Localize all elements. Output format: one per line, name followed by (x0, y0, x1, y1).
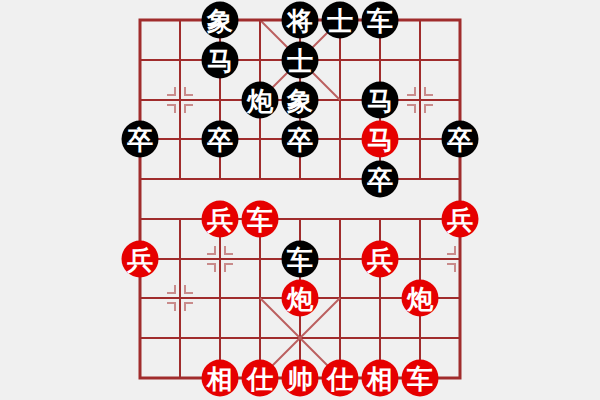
piece-black-soldier[interactable]: 卒 (122, 121, 159, 158)
piece-red-cannon[interactable]: 炮 (402, 280, 439, 317)
piece-red-cannon[interactable]: 炮 (282, 280, 319, 317)
xiangqi-game-screen: 象将士车马士炮象马卒卒卒马卒卒兵车兵兵车兵炮炮相仕帅仕相车 (0, 0, 600, 400)
piece-black-advisor[interactable]: 士 (322, 2, 359, 39)
piece-black-general[interactable]: 将 (282, 2, 319, 39)
piece-black-advisor[interactable]: 士 (282, 42, 319, 79)
piece-black-soldier[interactable]: 卒 (442, 121, 479, 158)
piece-red-elephant[interactable]: 相 (202, 360, 239, 397)
piece-red-advisor[interactable]: 仕 (322, 360, 359, 397)
piece-black-soldier[interactable]: 卒 (362, 161, 399, 198)
piece-red-soldier[interactable]: 兵 (202, 201, 239, 238)
piece-red-general[interactable]: 帅 (282, 360, 319, 397)
piece-black-cannon[interactable]: 炮 (242, 82, 279, 119)
piece-black-elephant[interactable]: 象 (282, 82, 319, 119)
piece-red-chariot[interactable]: 车 (242, 201, 279, 238)
piece-black-soldier[interactable]: 卒 (282, 121, 319, 158)
piece-red-soldier[interactable]: 兵 (362, 241, 399, 278)
piece-black-elephant[interactable]: 象 (202, 2, 239, 39)
piece-red-soldier[interactable]: 兵 (442, 201, 479, 238)
piece-black-horse[interactable]: 马 (362, 82, 399, 119)
piece-red-advisor[interactable]: 仕 (242, 360, 279, 397)
piece-black-soldier[interactable]: 卒 (202, 121, 239, 158)
piece-black-chariot[interactable]: 车 (282, 241, 319, 278)
piece-red-elephant[interactable]: 相 (362, 360, 399, 397)
piece-black-chariot[interactable]: 车 (362, 2, 399, 39)
piece-red-soldier[interactable]: 兵 (122, 241, 159, 278)
piece-red-horse[interactable]: 马 (362, 121, 399, 158)
piece-black-horse[interactable]: 马 (202, 42, 239, 79)
piece-red-chariot[interactable]: 车 (402, 360, 439, 397)
